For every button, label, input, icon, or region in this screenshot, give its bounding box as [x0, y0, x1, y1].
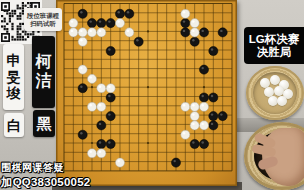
- black-stone: [171, 158, 180, 167]
- white-stone: [87, 149, 96, 158]
- black-stone: [78, 9, 87, 18]
- promo-line1: 段位班课程: [27, 12, 59, 20]
- black-stone: [209, 46, 218, 55]
- white-stone: [199, 121, 208, 130]
- white-stone: [106, 84, 115, 93]
- black-stone: [218, 28, 227, 37]
- black-stone: [106, 112, 115, 121]
- white-stone: [87, 102, 96, 111]
- white-stone: [190, 121, 199, 130]
- go-board-grid: [56, 0, 237, 186]
- white-stone: [69, 19, 78, 28]
- black-stone: [199, 93, 208, 102]
- event-title-box: LG杯决赛 决胜局: [244, 27, 304, 64]
- black-stone: [106, 19, 115, 28]
- white-stone: [181, 9, 190, 18]
- white-stone: [87, 74, 96, 83]
- black-stone: [209, 93, 218, 102]
- black-stone: [199, 65, 208, 74]
- black-stone: [115, 9, 124, 18]
- black-stone: [218, 112, 227, 121]
- black-stone: [181, 28, 190, 37]
- promo-line2: 扫码试听: [30, 20, 56, 28]
- black-stone: [134, 37, 143, 46]
- event-line1: LG杯决赛: [249, 33, 299, 46]
- black-stone: [199, 28, 208, 37]
- black-stone: [78, 84, 87, 93]
- black-color-label: 黑: [33, 110, 55, 137]
- white-stone: [69, 28, 78, 37]
- white-stone: [87, 28, 96, 37]
- black-stone: [87, 19, 96, 28]
- white-stone: [78, 37, 87, 46]
- white-stone: [97, 28, 106, 37]
- black-stone: [181, 19, 190, 28]
- white-stone: [190, 112, 199, 121]
- black-player-nameplate: 柯洁: [32, 36, 55, 108]
- white-stone: [97, 84, 106, 93]
- footer-line2: 加QQ383050052: [1, 175, 90, 190]
- black-stone: [97, 139, 106, 148]
- black-stone: [106, 139, 115, 148]
- black-stone: [209, 121, 218, 130]
- black-player-name: 柯洁: [36, 53, 52, 91]
- white-player-name: 申旻埈: [7, 52, 21, 102]
- white-player-nameplate: 申旻埈: [3, 44, 24, 110]
- video-frame: 段位班课程 扫码试听 申旻埈 白 柯洁 黑 LG杯决赛 决胜局 围棋网课答疑 加…: [0, 0, 304, 190]
- captured-white-stone: [277, 96, 287, 106]
- black-stone: [209, 112, 218, 121]
- white-stone: [181, 102, 190, 111]
- black-stone: [97, 121, 106, 130]
- event-line2: 决胜局: [257, 46, 292, 59]
- bowl-lid-with-white-stones: [246, 66, 304, 120]
- white-color-label: 白: [4, 113, 24, 137]
- white-stone: [190, 19, 199, 28]
- black-stone: [190, 139, 199, 148]
- black-stone: [125, 9, 134, 18]
- footer-text: 围棋网课答疑 加QQ383050052: [1, 161, 90, 190]
- white-stone: [115, 19, 124, 28]
- black-stone: [199, 139, 208, 148]
- white-stone: [199, 102, 208, 111]
- black-stone: [106, 46, 115, 55]
- black-stone: [78, 130, 87, 139]
- go-board: [56, 0, 237, 186]
- black-stone: [106, 93, 115, 102]
- promo-box: 段位班课程 扫码试听: [24, 8, 62, 31]
- white-stone: [190, 28, 199, 37]
- footer-line1: 围棋网课答疑: [1, 161, 90, 175]
- white-stone: [78, 65, 87, 74]
- white-stone: [78, 28, 87, 37]
- white-stone: [190, 102, 199, 111]
- white-stone: [97, 149, 106, 158]
- white-stone: [97, 102, 106, 111]
- black-stone: [97, 19, 106, 28]
- black-stone: [190, 37, 199, 46]
- white-stone: [125, 28, 134, 37]
- white-stone: [115, 158, 124, 167]
- white-stone: [181, 130, 190, 139]
